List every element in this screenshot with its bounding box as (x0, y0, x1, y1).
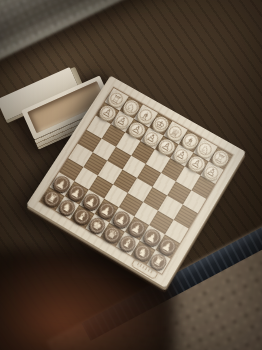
chess-set-photo: ♖♘♗♔♕♗♘♖♙♙♙♙♙♙♙♙♟♟♟♟♟♟♟♟♜♞♝♚♛♝♞♜ (0, 0, 262, 350)
